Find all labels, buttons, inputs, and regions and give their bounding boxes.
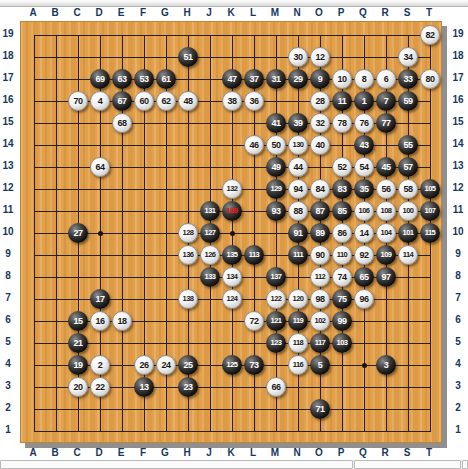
col-label-D: D: [90, 7, 108, 19]
stone-move-number: 65: [359, 273, 368, 282]
col-label-O: O: [310, 7, 328, 19]
stone-move-number: 62: [161, 97, 170, 106]
stone-move-number: 101: [402, 229, 413, 237]
col-label-T: T: [420, 7, 438, 19]
black-stone-F17[interactable]: 53: [134, 69, 154, 89]
stone-move-number: 60: [139, 97, 148, 106]
white-stone-G4[interactable]: 24: [156, 355, 176, 375]
row-label-3: 3: [449, 380, 467, 392]
black-stone-L9[interactable]: 113: [244, 245, 264, 265]
stone-move-number: 57: [403, 163, 412, 172]
col-label-R: R: [376, 7, 394, 19]
stone-move-number: 104: [380, 229, 391, 237]
row-label-1: 1: [0, 424, 17, 436]
stone-move-number: 38: [227, 97, 236, 106]
stone-move-number: 114: [403, 251, 414, 259]
white-stone-S9[interactable]: 114: [398, 245, 418, 265]
col-label-F: F: [134, 447, 152, 459]
white-stone-D16[interactable]: 4: [90, 91, 110, 111]
row-label-2: 2: [0, 402, 17, 414]
black-stone-R4[interactable]: 3: [376, 355, 396, 375]
black-stone-M13[interactable]: 49: [266, 157, 286, 177]
black-stone-O4[interactable]: 5: [310, 355, 330, 375]
stone-move-number: 78: [337, 119, 346, 128]
black-stone-M8[interactable]: 137: [266, 267, 286, 287]
stone-move-number: 67: [117, 97, 126, 106]
stone-move-number: 75: [337, 295, 346, 304]
row-label-4: 4: [0, 358, 17, 370]
stone-move-number: 49: [271, 163, 280, 172]
white-stone-S18[interactable]: 34: [398, 47, 418, 67]
stone-move-number: 131: [204, 207, 215, 215]
black-stone-S10[interactable]: 101: [398, 223, 418, 243]
black-stone-S14[interactable]: 55: [398, 135, 418, 155]
black-stone-E16[interactable]: 67: [112, 91, 132, 111]
stone-move-number: 29: [293, 75, 302, 84]
white-stone-H10[interactable]: 128: [178, 223, 198, 243]
row-label-9: 9: [449, 248, 467, 260]
black-stone-C10[interactable]: 27: [68, 223, 88, 243]
stone-move-number: 70: [73, 97, 82, 106]
black-stone-Q16[interactable]: 1: [354, 91, 374, 111]
stone-move-number: 5: [318, 361, 323, 370]
white-stone-Q7[interactable]: 96: [354, 289, 374, 309]
white-stone-P10[interactable]: 86: [332, 223, 352, 243]
black-stone-K9[interactable]: 135: [222, 245, 242, 265]
row-label-6: 6: [449, 314, 467, 326]
stone-move-number: 127: [204, 229, 215, 237]
white-stone-S12[interactable]: 58: [398, 179, 418, 199]
stone-move-number: 99: [337, 317, 346, 326]
col-label-L: L: [244, 7, 262, 19]
col-label-C: C: [68, 447, 86, 459]
stone-move-number: 123: [270, 339, 281, 347]
black-stone-M11[interactable]: 93: [266, 201, 286, 221]
white-stone-G16[interactable]: 62: [156, 91, 176, 111]
black-stone-D17[interactable]: 69: [90, 69, 110, 89]
col-label-F: F: [134, 7, 152, 19]
white-stone-D4[interactable]: 2: [90, 355, 110, 375]
white-stone-E6[interactable]: 18: [112, 311, 132, 331]
white-stone-O14[interactable]: 40: [310, 135, 330, 155]
col-label-C: C: [68, 7, 86, 19]
black-stone-O11[interactable]: 87: [310, 201, 330, 221]
col-label-M: M: [266, 447, 284, 459]
col-label-R: R: [376, 447, 394, 459]
black-stone-R15[interactable]: 77: [376, 113, 396, 133]
col-label-Q: Q: [354, 447, 372, 459]
row-label-6: 6: [0, 314, 17, 326]
white-stone-D3[interactable]: 22: [90, 377, 110, 397]
white-stone-O6[interactable]: 102: [310, 311, 330, 331]
stone-move-number: 121: [270, 317, 281, 325]
black-stone-Q8[interactable]: 65: [354, 267, 374, 287]
row-label-1: 1: [449, 424, 467, 436]
row-label-14: 14: [0, 138, 17, 150]
row-label-16: 16: [449, 94, 467, 106]
black-stone-H3[interactable]: 23: [178, 377, 198, 397]
row-label-11: 11: [449, 204, 467, 216]
white-stone-N11[interactable]: 88: [288, 201, 308, 221]
stone-move-number: 7: [384, 97, 389, 106]
board-cells: 8251301234696353614737312991086338070467…: [23, 24, 441, 442]
white-stone-Q9[interactable]: 92: [354, 245, 374, 265]
stone-move-number: 12: [315, 53, 324, 62]
stone-move-number: 28: [315, 97, 324, 106]
black-stone-P12[interactable]: 83: [332, 179, 352, 199]
black-stone-M17[interactable]: 31: [266, 69, 286, 89]
row-label-7: 7: [449, 292, 467, 304]
stone-move-number: 21: [73, 339, 82, 348]
stone-move-number: 64: [95, 163, 104, 172]
white-stone-P8[interactable]: 74: [332, 267, 352, 287]
white-stone-J9[interactable]: 126: [200, 245, 220, 265]
stone-move-number: 55: [403, 141, 412, 150]
black-stone-D7[interactable]: 17: [90, 289, 110, 309]
stone-move-number: 106: [358, 207, 369, 215]
stone-move-number: 139: [226, 207, 237, 215]
white-stone-O9[interactable]: 90: [310, 245, 330, 265]
black-stone-S17[interactable]: 33: [398, 69, 418, 89]
stone-move-number: 59: [403, 97, 412, 106]
stone-move-number: 83: [337, 185, 346, 194]
black-stone-T10[interactable]: 115: [420, 223, 440, 243]
white-stone-O16[interactable]: 28: [310, 91, 330, 111]
black-stone-O17[interactable]: 9: [310, 69, 330, 89]
row-label-19: 19: [0, 28, 17, 40]
white-stone-L16[interactable]: 36: [244, 91, 264, 111]
col-label-S: S: [398, 7, 416, 19]
stone-move-number: 14: [359, 229, 368, 238]
stone-move-number: 11: [338, 97, 347, 106]
black-stone-T12[interactable]: 105: [420, 179, 440, 199]
white-stone-N4[interactable]: 116: [288, 355, 308, 375]
black-stone-P5[interactable]: 103: [332, 333, 352, 353]
col-label-J: J: [200, 447, 218, 459]
status-bar: [0, 460, 468, 469]
black-stone-P6[interactable]: 99: [332, 311, 352, 331]
black-stone-J11[interactable]: 131: [200, 201, 220, 221]
black-stone-K4[interactable]: 125: [222, 355, 242, 375]
go-board[interactable]: 8251301234696353614737312991086338070467…: [20, 21, 442, 443]
white-stone-Q17[interactable]: 8: [354, 69, 374, 89]
white-stone-P17[interactable]: 10: [332, 69, 352, 89]
black-stone-M6[interactable]: 121: [266, 311, 286, 331]
stone-move-number: 117: [315, 339, 326, 347]
white-stone-R10[interactable]: 104: [376, 223, 396, 243]
white-stone-O18[interactable]: 12: [310, 47, 330, 67]
star-point-Q4: [362, 363, 367, 368]
go-game-record-window: ABCDEFGHJKLMNOPQRST 19181716151413121110…: [0, 0, 468, 469]
white-stone-Q11[interactable]: 106: [354, 201, 374, 221]
stone-move-number: 6: [384, 75, 389, 84]
status-panel-mid: [354, 460, 461, 469]
col-label-K: K: [222, 447, 240, 459]
stone-move-number: 89: [315, 229, 324, 238]
white-stone-K8[interactable]: 134: [222, 267, 242, 287]
row-label-12: 12: [0, 182, 17, 194]
black-stone-N17[interactable]: 29: [288, 69, 308, 89]
white-stone-K12[interactable]: 132: [222, 179, 242, 199]
white-stone-P9[interactable]: 110: [332, 245, 352, 265]
white-stone-M14[interactable]: 50: [266, 135, 286, 155]
black-stone-E17[interactable]: 63: [112, 69, 132, 89]
stone-move-number: 118: [293, 339, 304, 347]
stone-move-number: 35: [359, 185, 368, 194]
stone-move-number: 2: [98, 361, 103, 370]
white-stone-O7[interactable]: 98: [310, 289, 330, 309]
black-stone-K17[interactable]: 47: [222, 69, 242, 89]
stone-move-number: 66: [271, 383, 280, 392]
stone-move-number: 120: [292, 295, 303, 303]
col-label-B: B: [46, 7, 64, 19]
stone-move-number: 110: [337, 251, 348, 259]
black-stone-H4[interactable]: 25: [178, 355, 198, 375]
black-stone-G17[interactable]: 61: [156, 69, 176, 89]
stone-move-number: 128: [182, 229, 193, 237]
row-label-15: 15: [449, 116, 467, 128]
row-label-18: 18: [449, 50, 467, 62]
col-label-E: E: [112, 7, 130, 19]
black-stone-T11[interactable]: 107: [420, 201, 440, 221]
white-stone-K16[interactable]: 38: [222, 91, 242, 111]
white-stone-R17[interactable]: 6: [376, 69, 396, 89]
row-label-12: 12: [449, 182, 467, 194]
white-stone-H9[interactable]: 136: [178, 245, 198, 265]
black-stone-R8[interactable]: 97: [376, 267, 396, 287]
stone-move-number: 93: [271, 207, 280, 216]
stone-move-number: 36: [249, 97, 258, 106]
col-label-S: S: [398, 447, 416, 459]
white-stone-S11[interactable]: 100: [398, 201, 418, 221]
white-stone-K7[interactable]: 124: [222, 289, 242, 309]
white-stone-Q10[interactable]: 14: [354, 223, 374, 243]
stone-move-number: 24: [161, 361, 170, 370]
black-stone-C4[interactable]: 19: [68, 355, 88, 375]
stone-move-number: 34: [403, 53, 412, 62]
black-stone-P16[interactable]: 11: [332, 91, 352, 111]
col-label-G: G: [156, 7, 174, 19]
black-stone-R9[interactable]: 109: [376, 245, 396, 265]
white-stone-N5[interactable]: 118: [288, 333, 308, 353]
black-stone-F3[interactable]: 13: [134, 377, 154, 397]
stone-move-number: 41: [271, 119, 280, 128]
col-label-N: N: [288, 7, 306, 19]
white-stone-D13[interactable]: 64: [90, 157, 110, 177]
black-stone-O5[interactable]: 117: [310, 333, 330, 353]
stone-move-number: 103: [336, 339, 347, 347]
stone-move-number: 8: [362, 75, 367, 84]
stone-move-number: 94: [293, 185, 302, 194]
stone-move-number: 102: [314, 317, 325, 325]
black-stone-K11[interactable]: 139: [222, 201, 242, 221]
col-label-A: A: [24, 7, 42, 19]
stone-move-number: 85: [337, 207, 346, 216]
black-stone-N9[interactable]: 111: [288, 245, 308, 265]
black-stone-N10[interactable]: 91: [288, 223, 308, 243]
stone-move-number: 30: [293, 53, 302, 62]
stone-move-number: 52: [337, 163, 346, 172]
black-stone-M12[interactable]: 129: [266, 179, 286, 199]
black-stone-J8[interactable]: 133: [200, 267, 220, 287]
row-label-14: 14: [449, 138, 467, 150]
row-label-8: 8: [0, 270, 17, 282]
col-label-K: K: [222, 7, 240, 19]
white-stone-R11[interactable]: 108: [376, 201, 396, 221]
stone-move-number: 124: [226, 295, 237, 303]
stone-move-number: 111: [293, 251, 303, 259]
stone-move-number: 44: [293, 163, 302, 172]
black-stone-R13[interactable]: 45: [376, 157, 396, 177]
stone-move-number: 31: [271, 75, 280, 84]
white-stone-O8[interactable]: 112: [310, 267, 330, 287]
stone-move-number: 18: [117, 317, 126, 326]
stone-move-number: 46: [249, 141, 258, 150]
white-stone-N12[interactable]: 94: [288, 179, 308, 199]
col-label-M: M: [266, 7, 284, 19]
white-stone-P15[interactable]: 78: [332, 113, 352, 133]
stone-move-number: 20: [73, 383, 82, 392]
stone-move-number: 107: [424, 207, 435, 215]
col-label-H: H: [178, 447, 196, 459]
star-point-K10: [230, 231, 235, 236]
row-label-3: 3: [0, 380, 17, 392]
stone-move-number: 23: [183, 383, 192, 392]
white-stone-N14[interactable]: 130: [288, 135, 308, 155]
row-label-4: 4: [449, 358, 467, 370]
stone-move-number: 61: [161, 75, 170, 84]
stone-move-number: 32: [315, 119, 324, 128]
white-stone-N7[interactable]: 120: [288, 289, 308, 309]
col-label-A: A: [24, 447, 42, 459]
black-stone-L17[interactable]: 37: [244, 69, 264, 89]
stone-move-number: 53: [139, 75, 148, 84]
col-label-P: P: [332, 447, 350, 459]
stone-move-number: 37: [249, 75, 258, 84]
stone-move-number: 19: [73, 361, 82, 370]
black-stone-L4[interactable]: 73: [244, 355, 264, 375]
stone-move-number: 39: [293, 119, 302, 128]
black-stone-P11[interactable]: 85: [332, 201, 352, 221]
white-stone-O15[interactable]: 32: [310, 113, 330, 133]
white-stone-Q15[interactable]: 76: [354, 113, 374, 133]
black-stone-O10[interactable]: 89: [310, 223, 330, 243]
stone-move-number: 27: [73, 229, 82, 238]
white-stone-N18[interactable]: 30: [288, 47, 308, 67]
stone-move-number: 138: [182, 295, 193, 303]
white-stone-H7[interactable]: 138: [178, 289, 198, 309]
stone-move-number: 17: [95, 295, 104, 304]
white-stone-Q13[interactable]: 54: [354, 157, 374, 177]
black-stone-J10[interactable]: 127: [200, 223, 220, 243]
white-stone-P13[interactable]: 52: [332, 157, 352, 177]
row-label-10: 10: [0, 226, 17, 238]
white-stone-F4[interactable]: 26: [134, 355, 154, 375]
black-stone-M15[interactable]: 41: [266, 113, 286, 133]
stone-move-number: 69: [95, 75, 104, 84]
stone-move-number: 116: [293, 361, 304, 369]
stone-move-number: 15: [73, 317, 82, 326]
stone-move-number: 115: [425, 229, 436, 237]
status-panel-right: [462, 460, 468, 469]
stone-move-number: 4: [98, 97, 103, 106]
stone-move-number: 77: [381, 119, 390, 128]
black-stone-P7[interactable]: 75: [332, 289, 352, 309]
black-stone-H18[interactable]: 51: [178, 47, 198, 67]
black-stone-Q14[interactable]: 43: [354, 135, 374, 155]
stone-move-number: 50: [271, 141, 280, 150]
stone-move-number: 82: [425, 31, 434, 40]
stone-move-number: 109: [380, 251, 391, 259]
white-stone-F16[interactable]: 60: [134, 91, 154, 111]
stone-move-number: 33: [403, 75, 412, 84]
stone-move-number: 72: [249, 317, 258, 326]
black-stone-R16[interactable]: 7: [376, 91, 396, 111]
white-stone-T17[interactable]: 80: [420, 69, 440, 89]
white-stone-M7[interactable]: 122: [266, 289, 286, 309]
white-stone-E15[interactable]: 68: [112, 113, 132, 133]
stone-move-number: 92: [359, 251, 368, 260]
white-stone-C16[interactable]: 70: [68, 91, 88, 111]
black-stone-S13[interactable]: 57: [398, 157, 418, 177]
white-stone-H16[interactable]: 48: [178, 91, 198, 111]
black-stone-O2[interactable]: 71: [310, 399, 330, 419]
stone-move-number: 76: [359, 119, 368, 128]
white-stone-T19[interactable]: 82: [420, 25, 440, 45]
white-stone-O12[interactable]: 84: [310, 179, 330, 199]
col-label-T: T: [420, 447, 438, 459]
stone-move-number: 58: [403, 185, 412, 194]
stone-move-number: 86: [337, 229, 346, 238]
stone-move-number: 1: [362, 97, 367, 106]
stone-move-number: 100: [402, 207, 413, 215]
star-point-D10: [98, 231, 103, 236]
row-label-18: 18: [0, 50, 17, 62]
black-stone-S16[interactable]: 59: [398, 91, 418, 111]
stone-move-number: 105: [424, 185, 435, 193]
stone-move-number: 73: [249, 361, 258, 370]
row-label-13: 13: [449, 160, 467, 172]
black-stone-M5[interactable]: 123: [266, 333, 286, 353]
row-label-13: 13: [0, 160, 17, 172]
stone-move-number: 54: [359, 163, 368, 172]
white-stone-L6[interactable]: 72: [244, 311, 264, 331]
stone-move-number: 126: [204, 251, 215, 259]
stone-move-number: 22: [95, 383, 104, 392]
black-stone-N15[interactable]: 39: [288, 113, 308, 133]
white-stone-N13[interactable]: 44: [288, 157, 308, 177]
white-stone-R12[interactable]: 56: [376, 179, 396, 199]
row-label-16: 16: [0, 94, 17, 106]
black-stone-N6[interactable]: 119: [288, 311, 308, 331]
stone-move-number: 26: [139, 361, 148, 370]
black-stone-C6[interactable]: 15: [68, 311, 88, 331]
row-label-17: 17: [0, 72, 17, 84]
black-stone-Q12[interactable]: 35: [354, 179, 374, 199]
stone-move-number: 56: [381, 185, 390, 194]
white-stone-M3[interactable]: 66: [266, 377, 286, 397]
stone-move-number: 13: [139, 383, 148, 392]
white-stone-C3[interactable]: 20: [68, 377, 88, 397]
row-label-5: 5: [0, 336, 17, 348]
stone-move-number: 88: [293, 207, 302, 216]
toolbar-edge-strip: [0, 0, 468, 7]
white-stone-L14[interactable]: 46: [244, 135, 264, 155]
col-label-B: B: [46, 447, 64, 459]
black-stone-C5[interactable]: 21: [68, 333, 88, 353]
white-stone-D6[interactable]: 16: [90, 311, 110, 331]
stone-move-number: 136: [182, 251, 193, 259]
